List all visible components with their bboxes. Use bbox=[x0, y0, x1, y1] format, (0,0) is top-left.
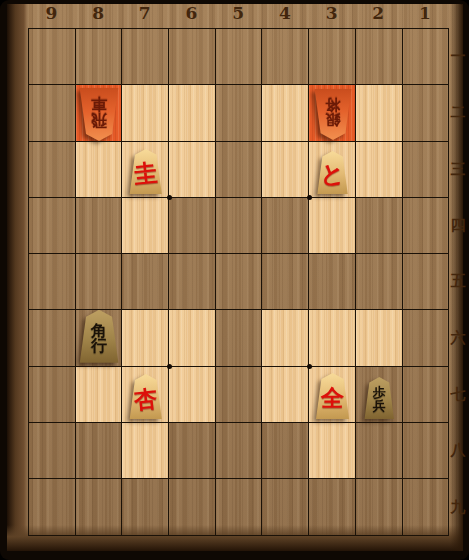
square-1a[interactable] bbox=[403, 29, 450, 85]
piece-kanji: 歩兵 bbox=[373, 384, 386, 413]
square-9g[interactable] bbox=[29, 367, 76, 423]
file-label-3: 3 bbox=[309, 3, 355, 23]
square-1h[interactable] bbox=[403, 423, 450, 479]
sente-bishop-piece[interactable]: 角行 bbox=[78, 310, 120, 363]
piece-body: 銀将 bbox=[313, 89, 353, 140]
square-6e[interactable] bbox=[169, 254, 216, 310]
sente-promoted-silver-piece[interactable]: 全 bbox=[315, 373, 351, 419]
square-1e[interactable] bbox=[403, 254, 450, 310]
square-6f[interactable] bbox=[169, 310, 216, 366]
square-6b[interactable] bbox=[169, 85, 216, 141]
square-1b[interactable] bbox=[403, 85, 450, 141]
piece-kanji: 飛車 bbox=[91, 97, 107, 133]
piece-kanji: 杏 bbox=[133, 382, 159, 410]
sente-tokin-piece[interactable]: と bbox=[316, 151, 349, 194]
piece-kanji: 全 bbox=[321, 383, 344, 409]
piece-body: 杏 bbox=[128, 374, 163, 419]
square-3a[interactable] bbox=[309, 29, 356, 85]
square-7i[interactable] bbox=[122, 479, 169, 535]
square-9c[interactable] bbox=[29, 142, 76, 198]
square-1d[interactable] bbox=[403, 198, 450, 254]
square-6h[interactable] bbox=[169, 423, 216, 479]
square-8e[interactable] bbox=[76, 254, 123, 310]
rank-label-7: 七 bbox=[448, 385, 468, 404]
rank-label-1: 一 bbox=[448, 47, 468, 66]
piece-kanji: 角行 bbox=[91, 319, 107, 355]
square-4a[interactable] bbox=[262, 29, 309, 85]
square-1c[interactable] bbox=[403, 142, 450, 198]
square-2d[interactable] bbox=[356, 198, 403, 254]
square-5h[interactable] bbox=[216, 423, 263, 479]
square-1g[interactable] bbox=[403, 367, 450, 423]
file-label-5: 5 bbox=[215, 3, 261, 23]
square-1f[interactable] bbox=[403, 310, 450, 366]
square-9h[interactable] bbox=[29, 423, 76, 479]
square-3f[interactable] bbox=[309, 310, 356, 366]
sente-promoted-knight-piece[interactable]: 圭 bbox=[128, 149, 163, 194]
shogi-app-window: 987654321 一二三四五六七八九 飛車銀将圭と角行杏全歩兵 bbox=[0, 0, 469, 560]
square-2a[interactable] bbox=[356, 29, 403, 85]
file-label-8: 8 bbox=[75, 3, 121, 23]
square-4h[interactable] bbox=[262, 423, 309, 479]
rank-label-8: 八 bbox=[448, 441, 468, 460]
file-label-6: 6 bbox=[168, 3, 214, 23]
file-label-2: 2 bbox=[355, 3, 401, 23]
square-6c[interactable] bbox=[169, 142, 216, 198]
square-2h[interactable] bbox=[356, 423, 403, 479]
square-8h[interactable] bbox=[76, 423, 123, 479]
piece-body: 歩兵 bbox=[363, 377, 395, 419]
square-3i[interactable] bbox=[309, 479, 356, 535]
piece-kanji: 圭 bbox=[133, 157, 159, 185]
piece-body: 角行 bbox=[78, 310, 120, 363]
square-7b[interactable] bbox=[122, 85, 169, 141]
rank-label-3: 三 bbox=[448, 160, 468, 179]
square-4d[interactable] bbox=[262, 198, 309, 254]
square-8d[interactable] bbox=[76, 198, 123, 254]
square-7d[interactable] bbox=[122, 198, 169, 254]
square-7h[interactable] bbox=[122, 423, 169, 479]
square-5a[interactable] bbox=[216, 29, 263, 85]
square-6d[interactable] bbox=[169, 198, 216, 254]
rank-label-4: 四 bbox=[448, 216, 468, 235]
piece-kanji: 銀将 bbox=[325, 98, 340, 131]
rank-label-6: 六 bbox=[448, 329, 468, 348]
square-5b[interactable] bbox=[216, 85, 263, 141]
square-5c[interactable] bbox=[216, 142, 263, 198]
square-6a[interactable] bbox=[169, 29, 216, 85]
square-6g[interactable] bbox=[169, 367, 216, 423]
piece-body: 圭 bbox=[128, 149, 163, 194]
square-2b[interactable] bbox=[356, 85, 403, 141]
square-1i[interactable] bbox=[403, 479, 450, 535]
square-4f[interactable] bbox=[262, 310, 309, 366]
square-7e[interactable] bbox=[122, 254, 169, 310]
rank-label-9: 九 bbox=[448, 498, 468, 517]
square-7a[interactable] bbox=[122, 29, 169, 85]
square-4e[interactable] bbox=[262, 254, 309, 310]
sente-pawn-piece[interactable]: 歩兵 bbox=[363, 377, 395, 419]
square-4i[interactable] bbox=[262, 479, 309, 535]
square-5e[interactable] bbox=[216, 254, 263, 310]
square-7f[interactable] bbox=[122, 310, 169, 366]
square-5d[interactable] bbox=[216, 198, 263, 254]
file-label-7: 7 bbox=[122, 3, 168, 23]
square-4c[interactable] bbox=[262, 142, 309, 198]
square-9f[interactable] bbox=[29, 310, 76, 366]
piece-body: 飛車 bbox=[78, 88, 120, 141]
file-label-9: 9 bbox=[28, 3, 74, 23]
square-9a[interactable] bbox=[29, 29, 76, 85]
square-5f[interactable] bbox=[216, 310, 263, 366]
square-2e[interactable] bbox=[356, 254, 403, 310]
square-5i[interactable] bbox=[216, 479, 263, 535]
square-2i[interactable] bbox=[356, 479, 403, 535]
rank-label-2: 二 bbox=[448, 103, 468, 122]
square-9i[interactable] bbox=[29, 479, 76, 535]
square-8a[interactable] bbox=[76, 29, 123, 85]
gote-rook-piece[interactable]: 飛車 bbox=[78, 88, 120, 141]
square-4g[interactable] bbox=[262, 367, 309, 423]
gote-silver-piece[interactable]: 銀将 bbox=[313, 89, 353, 140]
shogi-board: 飛車銀将圭と角行杏全歩兵 bbox=[28, 28, 449, 536]
square-2c[interactable] bbox=[356, 142, 403, 198]
piece-kanji: と bbox=[320, 158, 346, 186]
square-9e[interactable] bbox=[29, 254, 76, 310]
square-3h[interactable] bbox=[309, 423, 356, 479]
square-5g[interactable] bbox=[216, 367, 263, 423]
sente-promoted-lance-piece[interactable]: 杏 bbox=[128, 374, 163, 419]
square-6i[interactable] bbox=[169, 479, 216, 535]
piece-body: 全 bbox=[315, 373, 351, 419]
file-label-4: 4 bbox=[262, 3, 308, 23]
square-8g[interactable] bbox=[76, 367, 123, 423]
square-9b[interactable] bbox=[29, 85, 76, 141]
square-8i[interactable] bbox=[76, 479, 123, 535]
square-4b[interactable] bbox=[262, 85, 309, 141]
piece-body: と bbox=[316, 151, 349, 194]
square-2f[interactable] bbox=[356, 310, 403, 366]
file-label-1: 1 bbox=[402, 3, 448, 23]
rank-label-5: 五 bbox=[448, 272, 468, 291]
square-9d[interactable] bbox=[29, 198, 76, 254]
square-3e[interactable] bbox=[309, 254, 356, 310]
square-3d[interactable] bbox=[309, 198, 356, 254]
star-point bbox=[167, 364, 172, 369]
square-8c[interactable] bbox=[76, 142, 123, 198]
